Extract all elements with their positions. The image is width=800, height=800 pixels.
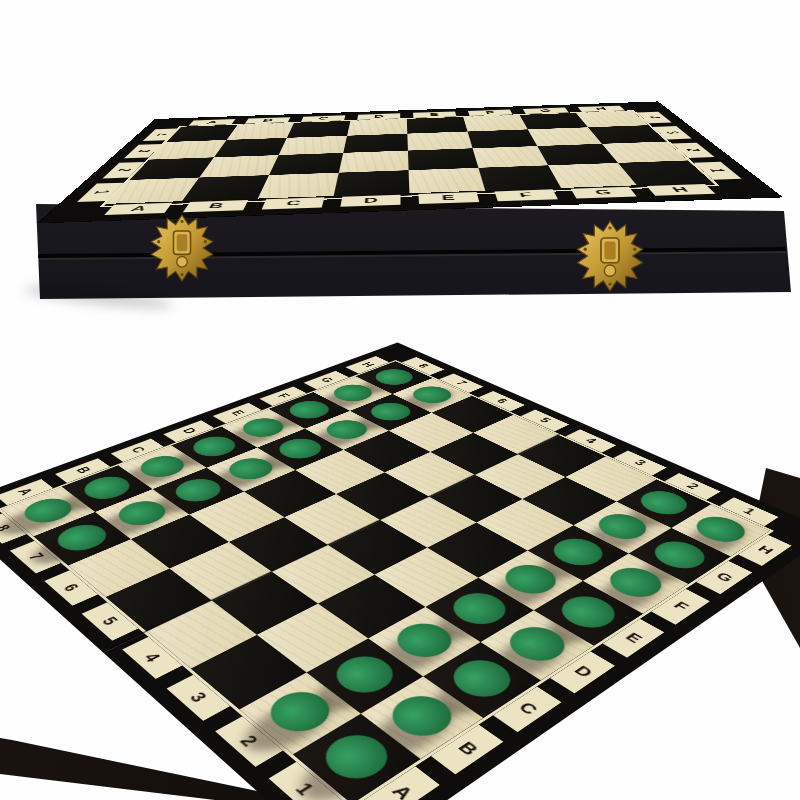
brass-clasp-left	[150, 214, 214, 282]
lid-rank-label-right-1-text: 1	[704, 169, 729, 173]
lid-square-d2	[339, 151, 409, 173]
brass-clasp-right	[576, 220, 644, 292]
lid-file-label-g: G	[571, 187, 637, 199]
lid-file-label-a-text: A	[128, 205, 149, 213]
lid-file-label-f: F	[495, 189, 558, 201]
lid-square-f1	[478, 165, 561, 190]
lid-rank-label-3-text: 3	[133, 149, 154, 152]
lid-rank-label-right-2-text: 2	[681, 148, 704, 151]
lid-square-d1	[334, 170, 410, 196]
lid-file-label-e-text: E	[441, 194, 455, 202]
closed-chess-box: AABBCCDDEEFFGGHH44332211	[0, 0, 800, 800]
lid-square-c1	[258, 173, 339, 199]
lid-file-label-back-b-text: B	[262, 118, 274, 122]
lid-rank-label-4-text: 4	[151, 133, 170, 136]
lid-file-label-b: B	[183, 200, 248, 212]
product-photo: AABBCCDDEEFFGGHH8877665544332211♜♞♝♛♚♝♞♜…	[0, 0, 800, 800]
lid-file-label-back-g-text: G	[539, 109, 553, 113]
lid-file-label-back-d-text: D	[374, 114, 384, 118]
lid-file-label-d-text: D	[363, 197, 378, 205]
lid-square-c2	[269, 153, 343, 175]
lid-file-label-h-text: H	[670, 186, 691, 194]
lid-file-label-e: E	[418, 192, 479, 204]
lid-file-label-f-text: F	[518, 191, 533, 199]
lid-file-label-d: D	[340, 195, 400, 207]
lid-square-f2	[473, 146, 549, 168]
lid-file-label-back-e-text: E	[430, 113, 440, 117]
lid-rank-label-right-4-text: 4	[644, 116, 663, 119]
lid-square-e1	[409, 168, 486, 193]
lid-rank-label-1-text: 1	[89, 190, 114, 194]
lid-file-label-back-a-text: A	[206, 120, 220, 124]
lid-square-e2	[408, 148, 478, 170]
lid-file-label-h: H	[647, 184, 716, 196]
lid-file-label-g-text: G	[593, 189, 613, 197]
lid-file-label-c: C	[262, 197, 325, 209]
lid-file-label-back-c-text: C	[318, 116, 329, 120]
lid-rank-label-right-3-text: 3	[661, 131, 682, 134]
lid-file-label-back-f-text: F	[485, 111, 495, 115]
lid-file-label-back-h-text: H	[594, 107, 608, 111]
lid-rank-label-2-text: 2	[113, 168, 136, 172]
lid-file-label-c-text: C	[285, 199, 302, 207]
lid-file-label-b-text: B	[207, 202, 226, 210]
